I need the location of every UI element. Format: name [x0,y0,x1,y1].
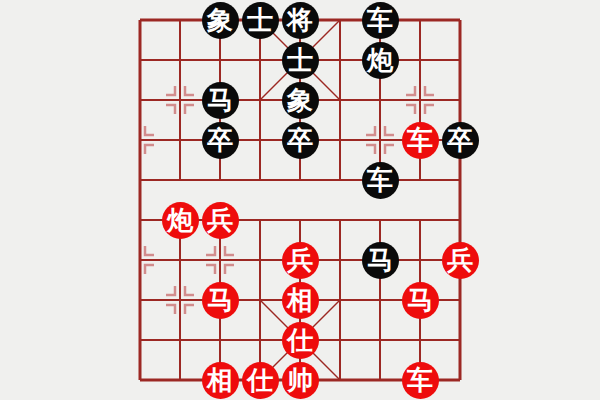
piece-red-advisor[interactable]: 仕 [282,322,319,359]
piece-black-soldier[interactable]: 卒 [202,122,239,159]
piece-red-soldier[interactable]: 兵 [202,202,239,239]
piece-black-elephant[interactable]: 象 [202,2,239,39]
piece-red-horse[interactable]: 马 [402,282,439,319]
piece-red-horse[interactable]: 马 [202,282,239,319]
piece-red-elephant[interactable]: 相 [202,362,239,399]
piece-red-cannon[interactable]: 炮 [162,202,199,239]
piece-red-soldier[interactable]: 兵 [442,242,479,279]
piece-black-chariot[interactable]: 车 [362,162,399,199]
piece-red-general[interactable]: 帅 [282,362,319,399]
piece-black-soldier[interactable]: 卒 [282,122,319,159]
xiangqi-board[interactable]: 象士将车士炮马象卒卒车卒车炮兵兵马兵马相马仕相仕帅车 [120,0,480,400]
piece-red-elephant[interactable]: 相 [282,282,319,319]
piece-black-general[interactable]: 将 [282,2,319,39]
piece-black-chariot[interactable]: 车 [362,2,399,39]
piece-black-cannon[interactable]: 炮 [362,42,399,79]
piece-black-advisor[interactable]: 士 [242,2,279,39]
piece-red-soldier[interactable]: 兵 [282,242,319,279]
piece-black-advisor[interactable]: 士 [282,42,319,79]
piece-red-advisor[interactable]: 仕 [242,362,279,399]
piece-layer: 象士将车士炮马象卒卒车卒车炮兵兵马兵马相马仕相仕帅车 [120,0,480,400]
piece-red-chariot[interactable]: 车 [402,362,439,399]
piece-black-soldier[interactable]: 卒 [442,122,479,159]
screen: 象士将车士炮马象卒卒车卒车炮兵兵马兵马相马仕相仕帅车 [0,0,600,400]
piece-red-chariot[interactable]: 车 [402,122,439,159]
piece-black-horse[interactable]: 马 [362,242,399,279]
piece-black-elephant[interactable]: 象 [282,82,319,119]
piece-black-horse[interactable]: 马 [202,82,239,119]
